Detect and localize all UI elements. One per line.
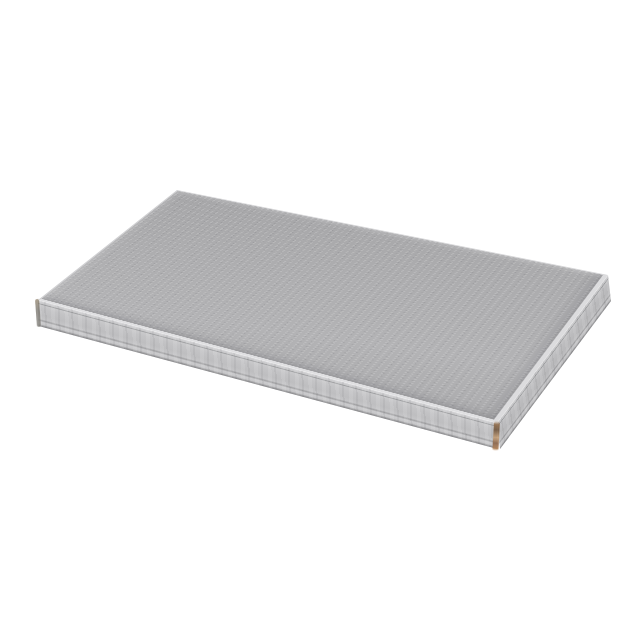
muffin-pan [0, 0, 630, 630]
photo-background [0, 0, 630, 630]
